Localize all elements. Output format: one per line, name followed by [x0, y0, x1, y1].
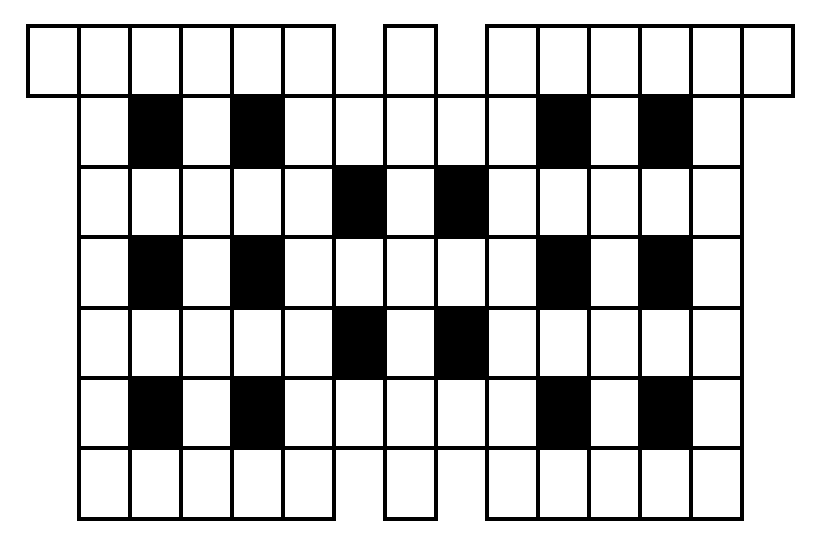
page-canvas: { "game": "blocked grid puzzle (crosswor… [0, 0, 819, 533]
cell-r6c12-white[interactable] [589, 378, 640, 448]
cell-r1c11-white[interactable] [538, 26, 589, 96]
cell-r4c10-white[interactable] [487, 237, 538, 307]
cell-r3c14-white[interactable] [691, 167, 742, 237]
cell-r7c14-white[interactable] [691, 448, 742, 518]
cell-r4c14-white[interactable] [691, 237, 742, 307]
cell-r6c10-white[interactable] [487, 378, 538, 448]
cell-r4c6-white[interactable] [283, 237, 334, 307]
cell-r7c5-white[interactable] [232, 448, 283, 518]
cell-r2c6-white[interactable] [283, 96, 334, 166]
cell-r6c4-white[interactable] [181, 378, 232, 448]
cell-r3c10-white[interactable] [487, 167, 538, 237]
cell-r4c11-black[interactable] [538, 237, 589, 307]
cell-r1c10-white[interactable] [487, 26, 538, 96]
cell-r6c6-white[interactable] [283, 378, 334, 448]
cell-r2c14-white[interactable] [691, 96, 742, 166]
puzzle-grid-board [28, 26, 793, 519]
cell-r2c2-white[interactable] [79, 96, 130, 166]
cell-r5c11-white[interactable] [538, 308, 589, 378]
cell-r4c4-white[interactable] [181, 237, 232, 307]
cell-r5c13-white[interactable] [640, 308, 691, 378]
cell-r2c5-black[interactable] [232, 96, 283, 166]
cell-r1c8-white[interactable] [385, 26, 436, 96]
cell-r1c14-white[interactable] [691, 26, 742, 96]
cell-r6c13-black[interactable] [640, 378, 691, 448]
cell-r7c8-white[interactable] [385, 448, 436, 518]
cell-r4c8-white[interactable] [385, 237, 436, 307]
cell-r3c8-white[interactable] [385, 167, 436, 237]
cell-r2c10-white[interactable] [487, 96, 538, 166]
cell-r6c8-white[interactable] [385, 378, 436, 448]
cell-r2c3-black[interactable] [130, 96, 181, 166]
cell-r6c3-black[interactable] [130, 378, 181, 448]
cell-r5c12-white[interactable] [589, 308, 640, 378]
cell-r3c11-white[interactable] [538, 167, 589, 237]
cell-r3c7-black[interactable] [334, 167, 385, 237]
cell-r6c11-black[interactable] [538, 378, 589, 448]
cell-r2c8-white[interactable] [385, 96, 436, 166]
cell-r3c5-white[interactable] [232, 167, 283, 237]
cell-r1c3-white[interactable] [130, 26, 181, 96]
cell-r5c3-white[interactable] [130, 308, 181, 378]
cell-r5c14-white[interactable] [691, 308, 742, 378]
cell-r4c2-white[interactable] [79, 237, 130, 307]
cell-r5c6-white[interactable] [283, 308, 334, 378]
cell-r2c9-white[interactable] [436, 96, 487, 166]
cell-r7c10-white[interactable] [487, 448, 538, 518]
cell-r1c13-white[interactable] [640, 26, 691, 96]
cell-r3c2-white[interactable] [79, 167, 130, 237]
cell-r7c12-white[interactable] [589, 448, 640, 518]
cell-r2c11-black[interactable] [538, 96, 589, 166]
cell-r3c6-white[interactable] [283, 167, 334, 237]
cell-r2c4-white[interactable] [181, 96, 232, 166]
cell-r7c3-white[interactable] [130, 448, 181, 518]
cell-r5c2-white[interactable] [79, 308, 130, 378]
cell-r7c13-white[interactable] [640, 448, 691, 518]
cell-r5c10-white[interactable] [487, 308, 538, 378]
cell-r3c4-white[interactable] [181, 167, 232, 237]
cell-r3c9-black[interactable] [436, 167, 487, 237]
cell-r4c7-white[interactable] [334, 237, 385, 307]
cell-r4c12-white[interactable] [589, 237, 640, 307]
cell-r7c11-white[interactable] [538, 448, 589, 518]
cell-r1c2-white[interactable] [79, 26, 130, 96]
cell-r1c5-white[interactable] [232, 26, 283, 96]
cell-r5c7-black[interactable] [334, 308, 385, 378]
cell-r1c4-white[interactable] [181, 26, 232, 96]
cell-r5c5-white[interactable] [232, 308, 283, 378]
cell-r6c5-black[interactable] [232, 378, 283, 448]
cell-r6c2-white[interactable] [79, 378, 130, 448]
cell-r7c6-white[interactable] [283, 448, 334, 518]
cell-r4c5-black[interactable] [232, 237, 283, 307]
cell-r3c13-white[interactable] [640, 167, 691, 237]
cell-r2c12-white[interactable] [589, 96, 640, 166]
cell-r3c12-white[interactable] [589, 167, 640, 237]
cell-r5c9-black[interactable] [436, 308, 487, 378]
cell-r1c15-white[interactable] [742, 26, 793, 96]
cell-r4c3-black[interactable] [130, 237, 181, 307]
cell-r6c9-white[interactable] [436, 378, 487, 448]
cell-r2c13-black[interactable] [640, 96, 691, 166]
cell-r1c1-white[interactable] [28, 26, 79, 96]
cell-r5c8-white[interactable] [385, 308, 436, 378]
cell-r1c12-white[interactable] [589, 26, 640, 96]
cell-r6c7-white[interactable] [334, 378, 385, 448]
cell-r5c4-white[interactable] [181, 308, 232, 378]
cell-r7c4-white[interactable] [181, 448, 232, 518]
cell-r3c3-white[interactable] [130, 167, 181, 237]
cell-r7c2-white[interactable] [79, 448, 130, 518]
cell-r4c9-white[interactable] [436, 237, 487, 307]
cell-r6c14-white[interactable] [691, 378, 742, 448]
cell-r2c7-white[interactable] [334, 96, 385, 166]
cell-r1c6-white[interactable] [283, 26, 334, 96]
cell-r4c13-black[interactable] [640, 237, 691, 307]
